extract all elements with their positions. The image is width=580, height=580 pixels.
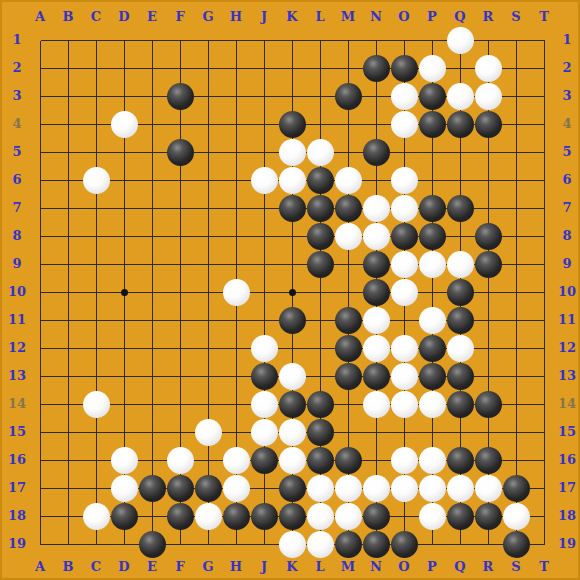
point-O2[interactable] [390, 54, 418, 82]
point-M4[interactable] [334, 110, 362, 138]
point-B7[interactable] [54, 194, 82, 222]
point-Q9[interactable] [446, 250, 474, 278]
point-C1[interactable] [82, 26, 110, 54]
point-B10[interactable] [54, 278, 82, 306]
point-C8[interactable] [82, 222, 110, 250]
point-D4[interactable] [110, 110, 138, 138]
point-S8[interactable] [502, 222, 530, 250]
point-M11[interactable] [334, 306, 362, 334]
point-F19[interactable] [166, 530, 194, 558]
point-J4[interactable] [250, 110, 278, 138]
point-J17[interactable] [250, 474, 278, 502]
point-O4[interactable] [390, 110, 418, 138]
point-P12[interactable] [418, 334, 446, 362]
point-R13[interactable] [474, 362, 502, 390]
point-E19[interactable] [138, 530, 166, 558]
point-S2[interactable] [502, 54, 530, 82]
point-T13[interactable] [530, 362, 558, 390]
point-C16[interactable] [82, 446, 110, 474]
point-P14[interactable] [418, 390, 446, 418]
point-P3[interactable] [418, 82, 446, 110]
point-R2[interactable] [474, 54, 502, 82]
point-S18[interactable] [502, 502, 530, 530]
point-E6[interactable] [138, 166, 166, 194]
point-N14[interactable] [362, 390, 390, 418]
point-Q1[interactable] [446, 26, 474, 54]
point-T5[interactable] [530, 138, 558, 166]
point-S9[interactable] [502, 250, 530, 278]
point-Q13[interactable] [446, 362, 474, 390]
point-F10[interactable] [166, 278, 194, 306]
point-S11[interactable] [502, 306, 530, 334]
point-H14[interactable] [222, 390, 250, 418]
point-D17[interactable] [110, 474, 138, 502]
point-O12[interactable] [390, 334, 418, 362]
point-E8[interactable] [138, 222, 166, 250]
point-J5[interactable] [250, 138, 278, 166]
point-T16[interactable] [530, 446, 558, 474]
point-C15[interactable] [82, 418, 110, 446]
point-J10[interactable] [250, 278, 278, 306]
point-Q17[interactable] [446, 474, 474, 502]
point-H1[interactable] [222, 26, 250, 54]
point-F1[interactable] [166, 26, 194, 54]
point-J15[interactable] [250, 418, 278, 446]
point-E1[interactable] [138, 26, 166, 54]
point-B12[interactable] [54, 334, 82, 362]
point-F13[interactable] [166, 362, 194, 390]
point-P10[interactable] [418, 278, 446, 306]
point-P9[interactable] [418, 250, 446, 278]
point-T19[interactable] [530, 530, 558, 558]
point-S7[interactable] [502, 194, 530, 222]
point-N11[interactable] [362, 306, 390, 334]
point-C11[interactable] [82, 306, 110, 334]
point-L7[interactable] [306, 194, 334, 222]
point-N13[interactable] [362, 362, 390, 390]
point-J6[interactable] [250, 166, 278, 194]
point-F14[interactable] [166, 390, 194, 418]
point-F2[interactable] [166, 54, 194, 82]
point-T15[interactable] [530, 418, 558, 446]
point-G19[interactable] [194, 530, 222, 558]
point-S17[interactable] [502, 474, 530, 502]
point-E3[interactable] [138, 82, 166, 110]
point-T18[interactable] [530, 502, 558, 530]
point-F16[interactable] [166, 446, 194, 474]
point-B18[interactable] [54, 502, 82, 530]
point-Q8[interactable] [446, 222, 474, 250]
point-M9[interactable] [334, 250, 362, 278]
point-N6[interactable] [362, 166, 390, 194]
point-B1[interactable] [54, 26, 82, 54]
point-T8[interactable] [530, 222, 558, 250]
point-M5[interactable] [334, 138, 362, 166]
point-S6[interactable] [502, 166, 530, 194]
point-R17[interactable] [474, 474, 502, 502]
point-E11[interactable] [138, 306, 166, 334]
point-T1[interactable] [530, 26, 558, 54]
point-O11[interactable] [390, 306, 418, 334]
point-N8[interactable] [362, 222, 390, 250]
point-K4[interactable] [278, 110, 306, 138]
point-R16[interactable] [474, 446, 502, 474]
point-C9[interactable] [82, 250, 110, 278]
point-P1[interactable] [418, 26, 446, 54]
point-R8[interactable] [474, 222, 502, 250]
point-P13[interactable] [418, 362, 446, 390]
point-E5[interactable] [138, 138, 166, 166]
point-F9[interactable] [166, 250, 194, 278]
point-J7[interactable] [250, 194, 278, 222]
point-P4[interactable] [418, 110, 446, 138]
point-A14[interactable] [26, 390, 54, 418]
point-M13[interactable] [334, 362, 362, 390]
point-M14[interactable] [334, 390, 362, 418]
point-S5[interactable] [502, 138, 530, 166]
point-K1[interactable] [278, 26, 306, 54]
point-Q3[interactable] [446, 82, 474, 110]
point-L18[interactable] [306, 502, 334, 530]
point-B5[interactable] [54, 138, 82, 166]
point-E12[interactable] [138, 334, 166, 362]
point-D3[interactable] [110, 82, 138, 110]
point-D12[interactable] [110, 334, 138, 362]
point-B14[interactable] [54, 390, 82, 418]
point-P11[interactable] [418, 306, 446, 334]
point-K15[interactable] [278, 418, 306, 446]
point-R19[interactable] [474, 530, 502, 558]
point-N4[interactable] [362, 110, 390, 138]
point-G1[interactable] [194, 26, 222, 54]
point-J8[interactable] [250, 222, 278, 250]
point-H13[interactable] [222, 362, 250, 390]
point-K13[interactable] [278, 362, 306, 390]
point-S15[interactable] [502, 418, 530, 446]
point-P18[interactable] [418, 502, 446, 530]
point-M19[interactable] [334, 530, 362, 558]
point-Q4[interactable] [446, 110, 474, 138]
point-K19[interactable] [278, 530, 306, 558]
point-P2[interactable] [418, 54, 446, 82]
point-S10[interactable] [502, 278, 530, 306]
point-T9[interactable] [530, 250, 558, 278]
point-J2[interactable] [250, 54, 278, 82]
point-N18[interactable] [362, 502, 390, 530]
point-O18[interactable] [390, 502, 418, 530]
point-D11[interactable] [110, 306, 138, 334]
point-D18[interactable] [110, 502, 138, 530]
point-Q5[interactable] [446, 138, 474, 166]
point-J18[interactable] [250, 502, 278, 530]
point-L6[interactable] [306, 166, 334, 194]
point-G17[interactable] [194, 474, 222, 502]
point-F6[interactable] [166, 166, 194, 194]
point-O3[interactable] [390, 82, 418, 110]
point-D16[interactable] [110, 446, 138, 474]
point-K9[interactable] [278, 250, 306, 278]
point-N1[interactable] [362, 26, 390, 54]
point-J9[interactable] [250, 250, 278, 278]
point-O7[interactable] [390, 194, 418, 222]
point-P8[interactable] [418, 222, 446, 250]
point-P16[interactable] [418, 446, 446, 474]
point-K18[interactable] [278, 502, 306, 530]
point-G16[interactable] [194, 446, 222, 474]
point-K3[interactable] [278, 82, 306, 110]
point-A6[interactable] [26, 166, 54, 194]
point-D15[interactable] [110, 418, 138, 446]
point-C18[interactable] [82, 502, 110, 530]
point-L12[interactable] [306, 334, 334, 362]
point-A17[interactable] [26, 474, 54, 502]
point-O13[interactable] [390, 362, 418, 390]
point-M15[interactable] [334, 418, 362, 446]
point-M7[interactable] [334, 194, 362, 222]
point-F11[interactable] [166, 306, 194, 334]
point-F7[interactable] [166, 194, 194, 222]
point-B16[interactable] [54, 446, 82, 474]
point-D9[interactable] [110, 250, 138, 278]
point-B17[interactable] [54, 474, 82, 502]
point-L14[interactable] [306, 390, 334, 418]
point-J1[interactable] [250, 26, 278, 54]
point-O5[interactable] [390, 138, 418, 166]
point-A19[interactable] [26, 530, 54, 558]
point-K2[interactable] [278, 54, 306, 82]
point-E17[interactable] [138, 474, 166, 502]
point-H9[interactable] [222, 250, 250, 278]
point-A8[interactable] [26, 222, 54, 250]
point-H19[interactable] [222, 530, 250, 558]
point-K7[interactable] [278, 194, 306, 222]
point-T7[interactable] [530, 194, 558, 222]
point-G4[interactable] [194, 110, 222, 138]
point-R10[interactable] [474, 278, 502, 306]
point-S14[interactable] [502, 390, 530, 418]
point-E7[interactable] [138, 194, 166, 222]
point-O16[interactable] [390, 446, 418, 474]
point-O17[interactable] [390, 474, 418, 502]
point-H6[interactable] [222, 166, 250, 194]
point-L13[interactable] [306, 362, 334, 390]
point-L17[interactable] [306, 474, 334, 502]
point-L15[interactable] [306, 418, 334, 446]
point-A2[interactable] [26, 54, 54, 82]
point-D10[interactable] [110, 278, 138, 306]
point-T6[interactable] [530, 166, 558, 194]
point-S16[interactable] [502, 446, 530, 474]
point-O6[interactable] [390, 166, 418, 194]
point-J11[interactable] [250, 306, 278, 334]
point-L1[interactable] [306, 26, 334, 54]
point-N7[interactable] [362, 194, 390, 222]
point-A15[interactable] [26, 418, 54, 446]
point-Q19[interactable] [446, 530, 474, 558]
point-H18[interactable] [222, 502, 250, 530]
point-G2[interactable] [194, 54, 222, 82]
point-D2[interactable] [110, 54, 138, 82]
point-C13[interactable] [82, 362, 110, 390]
point-A7[interactable] [26, 194, 54, 222]
point-B3[interactable] [54, 82, 82, 110]
point-D13[interactable] [110, 362, 138, 390]
point-A11[interactable] [26, 306, 54, 334]
point-M10[interactable] [334, 278, 362, 306]
point-S19[interactable] [502, 530, 530, 558]
point-Q14[interactable] [446, 390, 474, 418]
point-C3[interactable] [82, 82, 110, 110]
point-A3[interactable] [26, 82, 54, 110]
point-P7[interactable] [418, 194, 446, 222]
point-R15[interactable] [474, 418, 502, 446]
point-M1[interactable] [334, 26, 362, 54]
point-J16[interactable] [250, 446, 278, 474]
point-N17[interactable] [362, 474, 390, 502]
point-Q12[interactable] [446, 334, 474, 362]
point-K6[interactable] [278, 166, 306, 194]
point-G11[interactable] [194, 306, 222, 334]
point-H15[interactable] [222, 418, 250, 446]
point-D1[interactable] [110, 26, 138, 54]
point-L16[interactable] [306, 446, 334, 474]
point-G3[interactable] [194, 82, 222, 110]
point-J14[interactable] [250, 390, 278, 418]
point-R6[interactable] [474, 166, 502, 194]
point-H17[interactable] [222, 474, 250, 502]
point-J3[interactable] [250, 82, 278, 110]
point-R4[interactable] [474, 110, 502, 138]
point-G10[interactable] [194, 278, 222, 306]
point-L11[interactable] [306, 306, 334, 334]
point-L3[interactable] [306, 82, 334, 110]
point-F4[interactable] [166, 110, 194, 138]
point-F17[interactable] [166, 474, 194, 502]
point-Q11[interactable] [446, 306, 474, 334]
point-F18[interactable] [166, 502, 194, 530]
point-S3[interactable] [502, 82, 530, 110]
point-L5[interactable] [306, 138, 334, 166]
point-N10[interactable] [362, 278, 390, 306]
point-M16[interactable] [334, 446, 362, 474]
point-D19[interactable] [110, 530, 138, 558]
point-O10[interactable] [390, 278, 418, 306]
point-A18[interactable] [26, 502, 54, 530]
point-M2[interactable] [334, 54, 362, 82]
point-N19[interactable] [362, 530, 390, 558]
point-Q16[interactable] [446, 446, 474, 474]
point-N2[interactable] [362, 54, 390, 82]
point-G7[interactable] [194, 194, 222, 222]
point-N15[interactable] [362, 418, 390, 446]
point-S1[interactable] [502, 26, 530, 54]
point-R12[interactable] [474, 334, 502, 362]
point-G6[interactable] [194, 166, 222, 194]
point-G8[interactable] [194, 222, 222, 250]
point-L8[interactable] [306, 222, 334, 250]
point-O8[interactable] [390, 222, 418, 250]
point-C2[interactable] [82, 54, 110, 82]
point-P5[interactable] [418, 138, 446, 166]
point-C19[interactable] [82, 530, 110, 558]
point-Q6[interactable] [446, 166, 474, 194]
point-A12[interactable] [26, 334, 54, 362]
point-B13[interactable] [54, 362, 82, 390]
point-F12[interactable] [166, 334, 194, 362]
point-R9[interactable] [474, 250, 502, 278]
point-A9[interactable] [26, 250, 54, 278]
point-M18[interactable] [334, 502, 362, 530]
point-M8[interactable] [334, 222, 362, 250]
point-N9[interactable] [362, 250, 390, 278]
point-B6[interactable] [54, 166, 82, 194]
point-P15[interactable] [418, 418, 446, 446]
point-A5[interactable] [26, 138, 54, 166]
point-H8[interactable] [222, 222, 250, 250]
point-H10[interactable] [222, 278, 250, 306]
point-O14[interactable] [390, 390, 418, 418]
point-E14[interactable] [138, 390, 166, 418]
point-E13[interactable] [138, 362, 166, 390]
point-B15[interactable] [54, 418, 82, 446]
point-G9[interactable] [194, 250, 222, 278]
point-J19[interactable] [250, 530, 278, 558]
point-Q15[interactable] [446, 418, 474, 446]
point-R11[interactable] [474, 306, 502, 334]
point-N12[interactable] [362, 334, 390, 362]
point-H7[interactable] [222, 194, 250, 222]
point-H5[interactable] [222, 138, 250, 166]
point-K10[interactable] [278, 278, 306, 306]
point-J13[interactable] [250, 362, 278, 390]
point-A1[interactable] [26, 26, 54, 54]
point-F3[interactable] [166, 82, 194, 110]
point-F15[interactable] [166, 418, 194, 446]
point-T2[interactable] [530, 54, 558, 82]
point-R1[interactable] [474, 26, 502, 54]
point-E16[interactable] [138, 446, 166, 474]
point-D5[interactable] [110, 138, 138, 166]
point-Q10[interactable] [446, 278, 474, 306]
point-T11[interactable] [530, 306, 558, 334]
point-C5[interactable] [82, 138, 110, 166]
point-A16[interactable] [26, 446, 54, 474]
point-T10[interactable] [530, 278, 558, 306]
point-A13[interactable] [26, 362, 54, 390]
point-C17[interactable] [82, 474, 110, 502]
point-L19[interactable] [306, 530, 334, 558]
point-L9[interactable] [306, 250, 334, 278]
point-D14[interactable] [110, 390, 138, 418]
point-H12[interactable] [222, 334, 250, 362]
point-K11[interactable] [278, 306, 306, 334]
point-F8[interactable] [166, 222, 194, 250]
point-B2[interactable] [54, 54, 82, 82]
point-E10[interactable] [138, 278, 166, 306]
point-K5[interactable] [278, 138, 306, 166]
point-G5[interactable] [194, 138, 222, 166]
point-B4[interactable] [54, 110, 82, 138]
point-E9[interactable] [138, 250, 166, 278]
point-A4[interactable] [26, 110, 54, 138]
point-L10[interactable] [306, 278, 334, 306]
point-R5[interactable] [474, 138, 502, 166]
point-T3[interactable] [530, 82, 558, 110]
point-T4[interactable] [530, 110, 558, 138]
point-P19[interactable] [418, 530, 446, 558]
point-Q18[interactable] [446, 502, 474, 530]
point-D8[interactable] [110, 222, 138, 250]
